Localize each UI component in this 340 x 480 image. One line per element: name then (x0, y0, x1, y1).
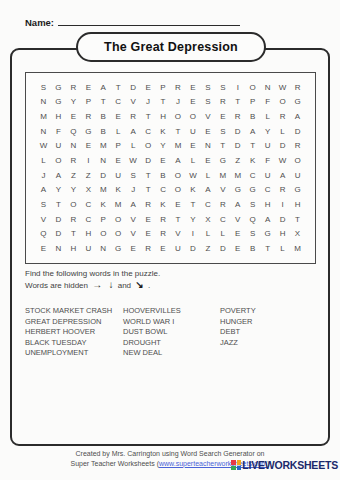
grid-cell[interactable]: T (290, 212, 305, 227)
grid-cell[interactable]: M (96, 183, 111, 198)
grid-cell[interactable]: E (111, 153, 126, 168)
grid-cell[interactable]: E (141, 227, 156, 242)
grid-cell[interactable]: R (66, 80, 81, 95)
grid-cell[interactable]: R (66, 153, 81, 168)
grid-cell[interactable]: R (290, 80, 305, 95)
grid-cell[interactable]: R (141, 241, 156, 256)
name-blank-line[interactable] (58, 16, 240, 26)
grid-cell[interactable]: R (81, 109, 96, 124)
grid-cell[interactable]: B (96, 109, 111, 124)
grid-cell[interactable]: F (51, 124, 66, 139)
grid-cell[interactable]: K (96, 197, 111, 212)
grid-cell[interactable]: M (96, 139, 111, 154)
grid-cell[interactable]: I (275, 197, 290, 212)
grid-cell[interactable]: C (260, 183, 275, 198)
grid-cell[interactable]: H (81, 227, 96, 242)
grid-cell[interactable]: O (141, 139, 156, 154)
grid-cell[interactable]: S (200, 80, 215, 95)
grid-cell[interactable]: O (51, 153, 66, 168)
word-list-item: HUNGER (220, 317, 317, 328)
grid-cell[interactable]: Y (51, 183, 66, 198)
grid-cell[interactable]: W (36, 139, 51, 154)
grid-cell[interactable]: N (96, 153, 111, 168)
grid-cell[interactable]: P (111, 139, 126, 154)
diagonal-arrow-icon: ↘ (135, 279, 143, 290)
grid-cell[interactable]: O (111, 212, 126, 227)
grid-cell[interactable]: M (230, 168, 245, 183)
grid-cell[interactable]: Z (230, 153, 245, 168)
grid-cell[interactable]: O (96, 227, 111, 242)
word-list-item: NEW DEAL (123, 348, 220, 359)
grid-cell[interactable]: T (215, 139, 230, 154)
grid-cell[interactable]: R (156, 212, 171, 227)
grid-cell[interactable]: Z (200, 241, 215, 256)
grid-cell[interactable]: J (141, 95, 156, 110)
grid-cell[interactable]: V (126, 95, 141, 110)
grid-cell[interactable]: K (156, 197, 171, 212)
grid-cell[interactable]: G (111, 241, 126, 256)
grid-cell[interactable]: B (96, 124, 111, 139)
grid-cell[interactable]: I (185, 227, 200, 242)
grid-cell[interactable]: A (171, 153, 186, 168)
grid-cell[interactable]: Y (260, 124, 275, 139)
grid-cell[interactable]: T (141, 168, 156, 183)
down-arrow-icon: ↓ (108, 279, 113, 290)
grid-cell[interactable]: A (230, 197, 245, 212)
grid-cell[interactable]: R (275, 109, 290, 124)
grid-cell[interactable]: O (171, 109, 186, 124)
grid-cell[interactable]: H (275, 227, 290, 242)
grid-cell[interactable]: E (200, 124, 215, 139)
grid-cell[interactable]: F (260, 95, 275, 110)
footer-line1: Created by Mrs. Carrington using Word Se… (0, 449, 340, 459)
grid-cell[interactable]: R (230, 109, 245, 124)
grid-cell[interactable]: Y (66, 183, 81, 198)
grid-cell[interactable]: E (81, 139, 96, 154)
grid-cell[interactable]: S (245, 197, 260, 212)
grid-cell[interactable]: A (290, 109, 305, 124)
grid-cell[interactable]: O (66, 197, 81, 212)
grid-cell[interactable]: L (126, 139, 141, 154)
name-row: Name: (25, 12, 250, 30)
grid-cell[interactable]: D (126, 80, 141, 95)
grid-cell[interactable]: M (215, 168, 230, 183)
grid-cell[interactable]: N (96, 241, 111, 256)
grid-cell[interactable]: E (171, 197, 186, 212)
grid-cell[interactable]: K (156, 124, 171, 139)
grid-cell[interactable]: B (156, 168, 171, 183)
grid-cell[interactable]: G (215, 153, 230, 168)
grid-cell[interactable]: Q (66, 124, 81, 139)
grid-cell[interactable]: E (141, 80, 156, 95)
grid-cell[interactable]: G (290, 183, 305, 198)
grid-cell[interactable]: O (245, 80, 260, 95)
grid-cell[interactable]: Q (36, 227, 51, 242)
grid-cell[interactable]: O (171, 183, 186, 198)
grid-cell[interactable]: H (51, 109, 66, 124)
word-list-column: POVERTYHUNGERDEBTJAZZ (220, 306, 317, 359)
grid-cell[interactable]: G (245, 183, 260, 198)
grid-cell[interactable]: I (81, 153, 96, 168)
liveworksheets-logo-icon (231, 460, 241, 470)
grid-cell[interactable]: Q (245, 212, 260, 227)
grid-cell[interactable]: E (156, 241, 171, 256)
grid-cell[interactable]: E (81, 80, 96, 95)
grid-cell[interactable]: G (81, 124, 96, 139)
grid-cell[interactable]: S (245, 227, 260, 242)
word-list-item: DUST BOWL (123, 327, 220, 338)
grid-cell[interactable]: V (171, 227, 186, 242)
grid-cell[interactable]: R (290, 139, 305, 154)
grid-cell[interactable]: R (141, 197, 156, 212)
grid-cell[interactable]: R (215, 95, 230, 110)
grid-cell[interactable]: V (200, 109, 215, 124)
instructions-line1: Find the following words in the puzzle. (25, 268, 160, 279)
grid-cell[interactable]: X (200, 212, 215, 227)
grid-cell[interactable]: O (290, 153, 305, 168)
word-list-item: WORLD WAR I (123, 317, 220, 328)
grid-cell[interactable]: X (290, 227, 305, 242)
word-list-item: GREAT DEPRESSION (25, 317, 123, 328)
grid-cell[interactable]: L (111, 124, 126, 139)
grid-cell[interactable]: E (185, 80, 200, 95)
grid-cell[interactable]: V (36, 212, 51, 227)
grid-cell[interactable]: W (126, 153, 141, 168)
grid-cell[interactable]: S (215, 80, 230, 95)
grid-cell[interactable]: N (51, 241, 66, 256)
grid-cell[interactable]: E (36, 241, 51, 256)
grid-cell[interactable]: D (185, 241, 200, 256)
grid-cell[interactable]: T (230, 95, 245, 110)
word-list-item: JAZZ (220, 338, 317, 349)
grid-cell[interactable]: C (245, 168, 260, 183)
letter-grid: SGREATDEPRESSIONWRNGYPTCVJTJESRTPFOGMHER… (36, 80, 305, 256)
grid-cell[interactable]: T (96, 95, 111, 110)
word-list-column: STOCK MARKET CRASHGREAT DEPRESSIONHERBER… (25, 306, 123, 359)
grid-cell[interactable]: V (126, 212, 141, 227)
grid-cell[interactable]: O (185, 109, 200, 124)
word-list-item: POVERTY (220, 306, 317, 317)
grid-cell[interactable]: J (126, 183, 141, 198)
grid-cell[interactable]: T (171, 124, 186, 139)
grid-cell[interactable]: C (215, 212, 230, 227)
grid-cell[interactable]: N (36, 124, 51, 139)
grid-cell[interactable]: G (51, 80, 66, 95)
grid-cell[interactable]: N (200, 139, 215, 154)
grid-cell[interactable]: A (275, 168, 290, 183)
grid-cell[interactable]: N (260, 80, 275, 95)
grid-cell[interactable]: T (156, 95, 171, 110)
grid-cell[interactable]: L (275, 124, 290, 139)
grid-cell[interactable]: T (111, 80, 126, 95)
grid-cell[interactable]: J (171, 95, 186, 110)
liveworksheets-logo-text: LIVEWORKSHEETS (242, 459, 338, 471)
grid-cell[interactable]: X (81, 183, 96, 198)
grid-cell[interactable]: A (51, 168, 66, 183)
grid-cell[interactable]: Z (66, 168, 81, 183)
grid-cell[interactable]: E (126, 241, 141, 256)
grid-cell[interactable]: T (141, 183, 156, 198)
grid-cell[interactable]: G (260, 227, 275, 242)
grid-cell[interactable]: D (275, 212, 290, 227)
grid-cell[interactable]: D (96, 168, 111, 183)
word-list-item: HERBERT HOOVER (25, 327, 123, 338)
grid-cell[interactable]: E (111, 109, 126, 124)
grid-cell[interactable]: R (126, 109, 141, 124)
grid-cell[interactable]: S (36, 80, 51, 95)
grid-cell[interactable]: Z (81, 168, 96, 183)
grid-cell[interactable]: S (36, 197, 51, 212)
grid-cell[interactable]: U (260, 168, 275, 183)
grid-cell[interactable]: D (290, 124, 305, 139)
grid-cell[interactable]: F (260, 153, 275, 168)
grid-cell[interactable]: E (185, 139, 200, 154)
word-list-item: DROUGHT (123, 338, 220, 349)
grid-cell[interactable]: A (96, 80, 111, 95)
grid-cell[interactable]: L (36, 153, 51, 168)
grid-cell[interactable]: E (215, 109, 230, 124)
grid-cell[interactable]: D (51, 227, 66, 242)
grid-cell[interactable]: R (66, 212, 81, 227)
grid-cell[interactable]: T (171, 212, 186, 227)
grid-cell[interactable]: T (260, 241, 275, 256)
grid-cell[interactable]: H (260, 197, 275, 212)
grid-cell[interactable]: L (215, 227, 230, 242)
grid-cell[interactable]: T (141, 109, 156, 124)
word-list-item: DEBT (220, 327, 317, 338)
grid-cell[interactable]: R (156, 227, 171, 242)
word-list-item: HOOVERVILLES (123, 306, 220, 317)
liveworksheets-watermark: LIVEWORKSHEETS (231, 459, 338, 471)
grid-cell[interactable]: R (215, 197, 230, 212)
grid-cell[interactable]: T (51, 197, 66, 212)
grid-cell[interactable]: T (245, 139, 260, 154)
grid-cell[interactable]: O (275, 95, 290, 110)
word-list-column: HOOVERVILLESWORLD WAR IDUST BOWLDROUGHTN… (123, 306, 220, 359)
grid-cell[interactable]: E (141, 212, 156, 227)
grid-cell[interactable]: O (171, 168, 186, 183)
grid-cell[interactable]: T (66, 227, 81, 242)
grid-cell[interactable]: Y (156, 139, 171, 154)
grid-cell[interactable]: P (81, 95, 96, 110)
grid-cell[interactable]: N (36, 95, 51, 110)
grid-cell[interactable]: M (111, 197, 126, 212)
instructions: Find the following words in the puzzle. … (25, 268, 160, 291)
grid-cell[interactable]: C (200, 197, 215, 212)
grid-cell[interactable]: D (230, 124, 245, 139)
word-list-item: BLACK TUESDAY (25, 338, 123, 349)
grid-cell[interactable]: A (36, 183, 51, 198)
grid-cell[interactable]: H (66, 241, 81, 256)
word-search-grid: SGREATDEPRESSIONWRNGYPTCVJTJESRTPFOGMHER… (25, 72, 316, 264)
grid-cell[interactable]: U (81, 241, 96, 256)
grid-cell[interactable]: P (156, 80, 171, 95)
grid-cell[interactable]: U (51, 139, 66, 154)
grid-cell[interactable]: A (126, 197, 141, 212)
grid-cell[interactable]: A (260, 212, 275, 227)
grid-cell[interactable]: L (200, 168, 215, 183)
grid-cell[interactable]: U (185, 124, 200, 139)
grid-cell[interactable]: E (200, 153, 215, 168)
grid-cell[interactable]: M (171, 139, 186, 154)
grid-cell[interactable]: K (185, 183, 200, 198)
grid-cell[interactable]: K (111, 183, 126, 198)
grid-cell[interactable]: E (156, 153, 171, 168)
grid-cell[interactable]: Y (66, 95, 81, 110)
grid-cell[interactable]: W (185, 168, 200, 183)
grid-cell[interactable]: E (230, 227, 245, 242)
grid-cell[interactable]: V (230, 212, 245, 227)
grid-cell[interactable]: G (290, 95, 305, 110)
grid-cell[interactable]: A (126, 124, 141, 139)
grid-cell[interactable]: E (66, 109, 81, 124)
grid-cell[interactable]: U (290, 168, 305, 183)
grid-cell[interactable]: H (156, 109, 171, 124)
grid-cell[interactable]: U (171, 241, 186, 256)
grid-cell[interactable]: C (81, 197, 96, 212)
grid-cell[interactable]: R (171, 80, 186, 95)
grid-cell[interactable]: L (260, 109, 275, 124)
grid-cell[interactable]: Y (185, 212, 200, 227)
grid-cell[interactable]: R (275, 183, 290, 198)
grid-cell[interactable]: M (290, 241, 305, 256)
grid-cell[interactable]: U (111, 168, 126, 183)
grid-cell[interactable]: L (200, 227, 215, 242)
grid-cell[interactable]: B (245, 241, 260, 256)
page-title: The Great Depression (76, 32, 266, 62)
grid-cell[interactable]: V (126, 227, 141, 242)
grid-cell[interactable]: C (141, 124, 156, 139)
grid-cell[interactable]: E (185, 95, 200, 110)
grid-cell[interactable]: H (290, 197, 305, 212)
grid-cell[interactable]: P (96, 212, 111, 227)
grid-cell[interactable]: E (230, 241, 245, 256)
grid-cell[interactable]: W (275, 80, 290, 95)
grid-cell[interactable]: D (275, 139, 290, 154)
grid-cell[interactable]: S (200, 95, 215, 110)
right-arrow-icon: → (92, 279, 102, 290)
grid-cell[interactable]: C (111, 95, 126, 110)
grid-cell[interactable]: C (156, 183, 171, 198)
word-list-item: STOCK MARKET CRASH (25, 306, 123, 317)
grid-cell[interactable]: B (245, 109, 260, 124)
page-title-text: The Great Depression (104, 40, 238, 54)
grid-cell[interactable]: L (275, 241, 290, 256)
grid-cell[interactable]: D (215, 241, 230, 256)
word-list-item: UNEMPLOYMENT (25, 348, 123, 359)
grid-cell[interactable]: K (245, 153, 260, 168)
grid-cell[interactable]: V (215, 183, 230, 198)
grid-cell[interactable]: W (275, 153, 290, 168)
grid-cell[interactable]: L (185, 153, 200, 168)
grid-cell[interactable]: D (230, 139, 245, 154)
grid-cell[interactable]: M (36, 109, 51, 124)
grid-cell[interactable]: A (200, 183, 215, 198)
name-label: Name: (25, 17, 54, 28)
grid-cell[interactable]: A (245, 124, 260, 139)
grid-cell[interactable]: S (215, 124, 230, 139)
grid-cell[interactable]: D (51, 212, 66, 227)
grid-cell[interactable]: S (126, 168, 141, 183)
grid-cell[interactable]: O (111, 227, 126, 242)
grid-cell[interactable]: G (230, 183, 245, 198)
grid-cell[interactable]: P (245, 95, 260, 110)
grid-cell[interactable]: U (260, 139, 275, 154)
grid-cell[interactable]: I (230, 80, 245, 95)
grid-cell[interactable]: D (141, 153, 156, 168)
grid-cell[interactable]: G (51, 95, 66, 110)
instructions-line2: Words are hidden → ↓ and ↘ . (25, 279, 160, 291)
grid-cell[interactable]: C (81, 212, 96, 227)
grid-cell[interactable]: T (185, 197, 200, 212)
grid-cell[interactable]: J (36, 168, 51, 183)
word-list: STOCK MARKET CRASHGREAT DEPRESSIONHERBER… (25, 306, 317, 359)
grid-cell[interactable]: N (66, 139, 81, 154)
